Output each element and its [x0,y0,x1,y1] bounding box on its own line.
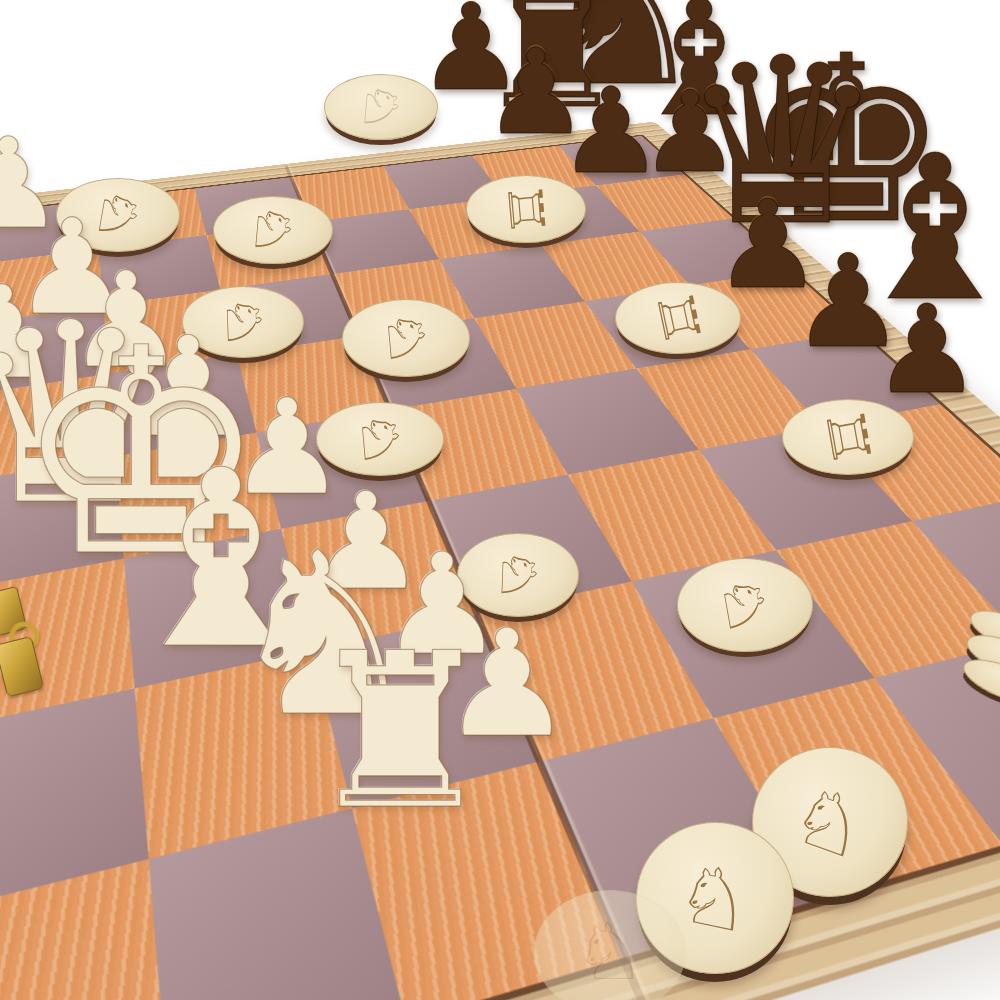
rook-engraving-icon: ♖ [648,283,709,353]
knight-engraving-icon: ♘ [353,406,408,472]
clasp-latch-plate [0,636,44,698]
knight-engraving-icon: ♘ [669,850,761,946]
checker-disc-knight[interactable]: ♘ [324,74,438,140]
checker-disc-knight[interactable]: ♘ [213,196,333,264]
checker-disc-rook[interactable]: ♖ [615,282,741,354]
knight-engraving-icon: ♘ [573,913,647,992]
checker-disc-knight[interactable]: ♘ [342,299,470,377]
knight-engraving-icon: ♘ [379,305,434,371]
rook-engraving-icon: ♖ [500,178,552,240]
product-photo-scene: ♟♟♟♟♟♛♚♝♟♟♟♞♜♟♟♜♟♞♟♝♟♛♚♟♟♝♟♘♘♘♖♘♘♖♘♖♘♘♘♘… [0,0,1000,1000]
checker-disc-rook[interactable]: ♖ [782,399,914,475]
knight-engraving-icon: ♘ [780,771,879,873]
knight-engraving-icon: ♘ [713,568,777,643]
knight-engraving-icon: ♘ [356,77,405,136]
checker-disc-rook[interactable]: ♖ [466,175,586,243]
black-pawn[interactable]: ♟ [558,72,664,190]
rook-engraving-icon: ♖ [817,401,879,474]
checker-disc-knight[interactable]: ♘ [677,558,813,652]
white-rook[interactable]: ♜ [304,624,497,839]
black-pawn[interactable]: ♟ [872,289,981,411]
knight-engraving-icon: ♘ [247,199,299,261]
